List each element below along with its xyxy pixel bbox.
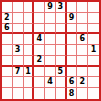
given-digit: 1 [25,68,31,76]
given-digit: 8 [69,90,75,98]
cell-r4c7[interactable] [67,34,78,45]
cell-r2c5[interactable] [45,13,56,24]
cell-r6c5[interactable] [45,56,56,67]
cell-r8c3[interactable] [24,77,35,88]
cell-r8c7[interactable]: 6 [67,77,78,88]
cell-r3c6[interactable] [56,24,67,35]
cell-r1c5[interactable]: 9 [45,2,56,13]
cell-r7c1[interactable] [2,67,13,78]
cell-r8c5[interactable]: 4 [45,77,56,88]
cell-r9c5[interactable] [45,88,56,99]
cell-r1c4[interactable] [34,2,45,13]
cell-r3c5[interactable] [45,24,56,35]
cell-r7c4[interactable] [34,67,45,78]
cell-r5c8[interactable] [77,45,88,56]
given-digit: 9 [69,14,75,22]
cell-r7c7[interactable] [67,67,78,78]
cell-r1c6[interactable]: 3 [56,2,67,13]
cell-r8c9[interactable] [88,77,99,88]
cell-r4c3[interactable] [24,34,35,45]
given-digit: 5 [57,68,63,76]
cell-r8c8[interactable]: 2 [77,77,88,88]
cell-r6c4[interactable]: 2 [34,56,45,67]
cell-r9c9[interactable] [88,88,99,99]
given-digit: 6 [69,78,75,86]
cell-r4c6[interactable] [56,34,67,45]
cell-r7c6[interactable]: 5 [56,67,67,78]
cell-r7c2[interactable]: 7 [13,67,24,78]
cell-r5c6[interactable] [56,45,67,56]
cell-r2c2[interactable] [13,13,24,24]
cell-r5c7[interactable] [67,45,78,56]
cell-r3c9[interactable] [88,24,99,35]
cell-r4c5[interactable] [45,34,56,45]
cell-r1c1[interactable] [2,2,13,13]
cell-r6c9[interactable] [88,56,99,67]
cell-r2c7[interactable]: 9 [67,13,78,24]
cell-r2c6[interactable] [56,13,67,24]
cell-r7c8[interactable] [77,67,88,78]
cell-r2c4[interactable] [34,13,45,24]
cell-r6c7[interactable] [67,56,78,67]
cell-r5c5[interactable] [45,45,56,56]
cell-r4c2[interactable] [13,34,24,45]
cell-r5c1[interactable] [2,45,13,56]
given-digit: 4 [36,35,42,43]
cell-r9c4[interactable] [34,88,45,99]
cell-r3c4[interactable] [34,24,45,35]
cell-r4c4[interactable]: 4 [34,34,45,45]
given-digit: 3 [15,46,21,54]
cell-r8c2[interactable] [13,77,24,88]
given-digit: 2 [4,14,10,22]
cell-r9c6[interactable] [56,88,67,99]
cell-r9c7[interactable]: 8 [67,88,78,99]
cell-r5c4[interactable] [34,45,45,56]
cell-r4c1[interactable] [2,34,13,45]
cell-r9c1[interactable] [2,88,13,99]
cell-r6c1[interactable] [2,56,13,67]
cell-r2c1[interactable]: 2 [2,13,13,24]
cell-r8c4[interactable] [34,77,45,88]
cell-r8c1[interactable] [2,77,13,88]
cell-r9c8[interactable] [77,88,88,99]
cell-r5c3[interactable] [24,45,35,56]
cell-r5c2[interactable]: 3 [13,45,24,56]
cell-r7c5[interactable] [45,67,56,78]
cell-r8c6[interactable] [56,77,67,88]
given-digit: 9 [47,3,53,11]
cell-r3c8[interactable] [77,24,88,35]
cell-r6c6[interactable] [56,56,67,67]
cell-r6c8[interactable] [77,56,88,67]
sudoku-board: 93296463127154628 [0,0,101,101]
given-digit: 1 [91,46,97,54]
cell-r9c2[interactable] [13,88,24,99]
given-digit: 2 [36,56,42,64]
cell-r1c2[interactable] [13,2,24,13]
cell-r2c3[interactable] [24,13,35,24]
cell-r5c9[interactable]: 1 [88,45,99,56]
cell-r1c3[interactable] [24,2,35,13]
cell-r3c7[interactable] [67,24,78,35]
given-digit: 3 [57,3,63,11]
cell-r3c1[interactable]: 6 [2,24,13,35]
cell-r6c2[interactable] [13,56,24,67]
cell-r4c9[interactable] [88,34,99,45]
cell-r3c3[interactable] [24,24,35,35]
cell-r1c7[interactable] [67,2,78,13]
cell-r4c8[interactable]: 6 [77,34,88,45]
cell-r2c8[interactable] [77,13,88,24]
given-digit: 6 [4,24,10,32]
cell-r3c2[interactable] [13,24,24,35]
cell-r1c9[interactable] [88,2,99,13]
given-digit: 4 [47,78,53,86]
cell-r7c3[interactable]: 1 [24,67,35,78]
cell-r7c9[interactable] [88,67,99,78]
given-digit: 2 [80,78,86,86]
cell-r6c3[interactable] [24,56,35,67]
cell-r2c9[interactable] [88,13,99,24]
given-digit: 7 [15,68,21,76]
cell-r1c8[interactable] [77,2,88,13]
given-digit: 6 [80,35,86,43]
cell-r9c3[interactable] [24,88,35,99]
